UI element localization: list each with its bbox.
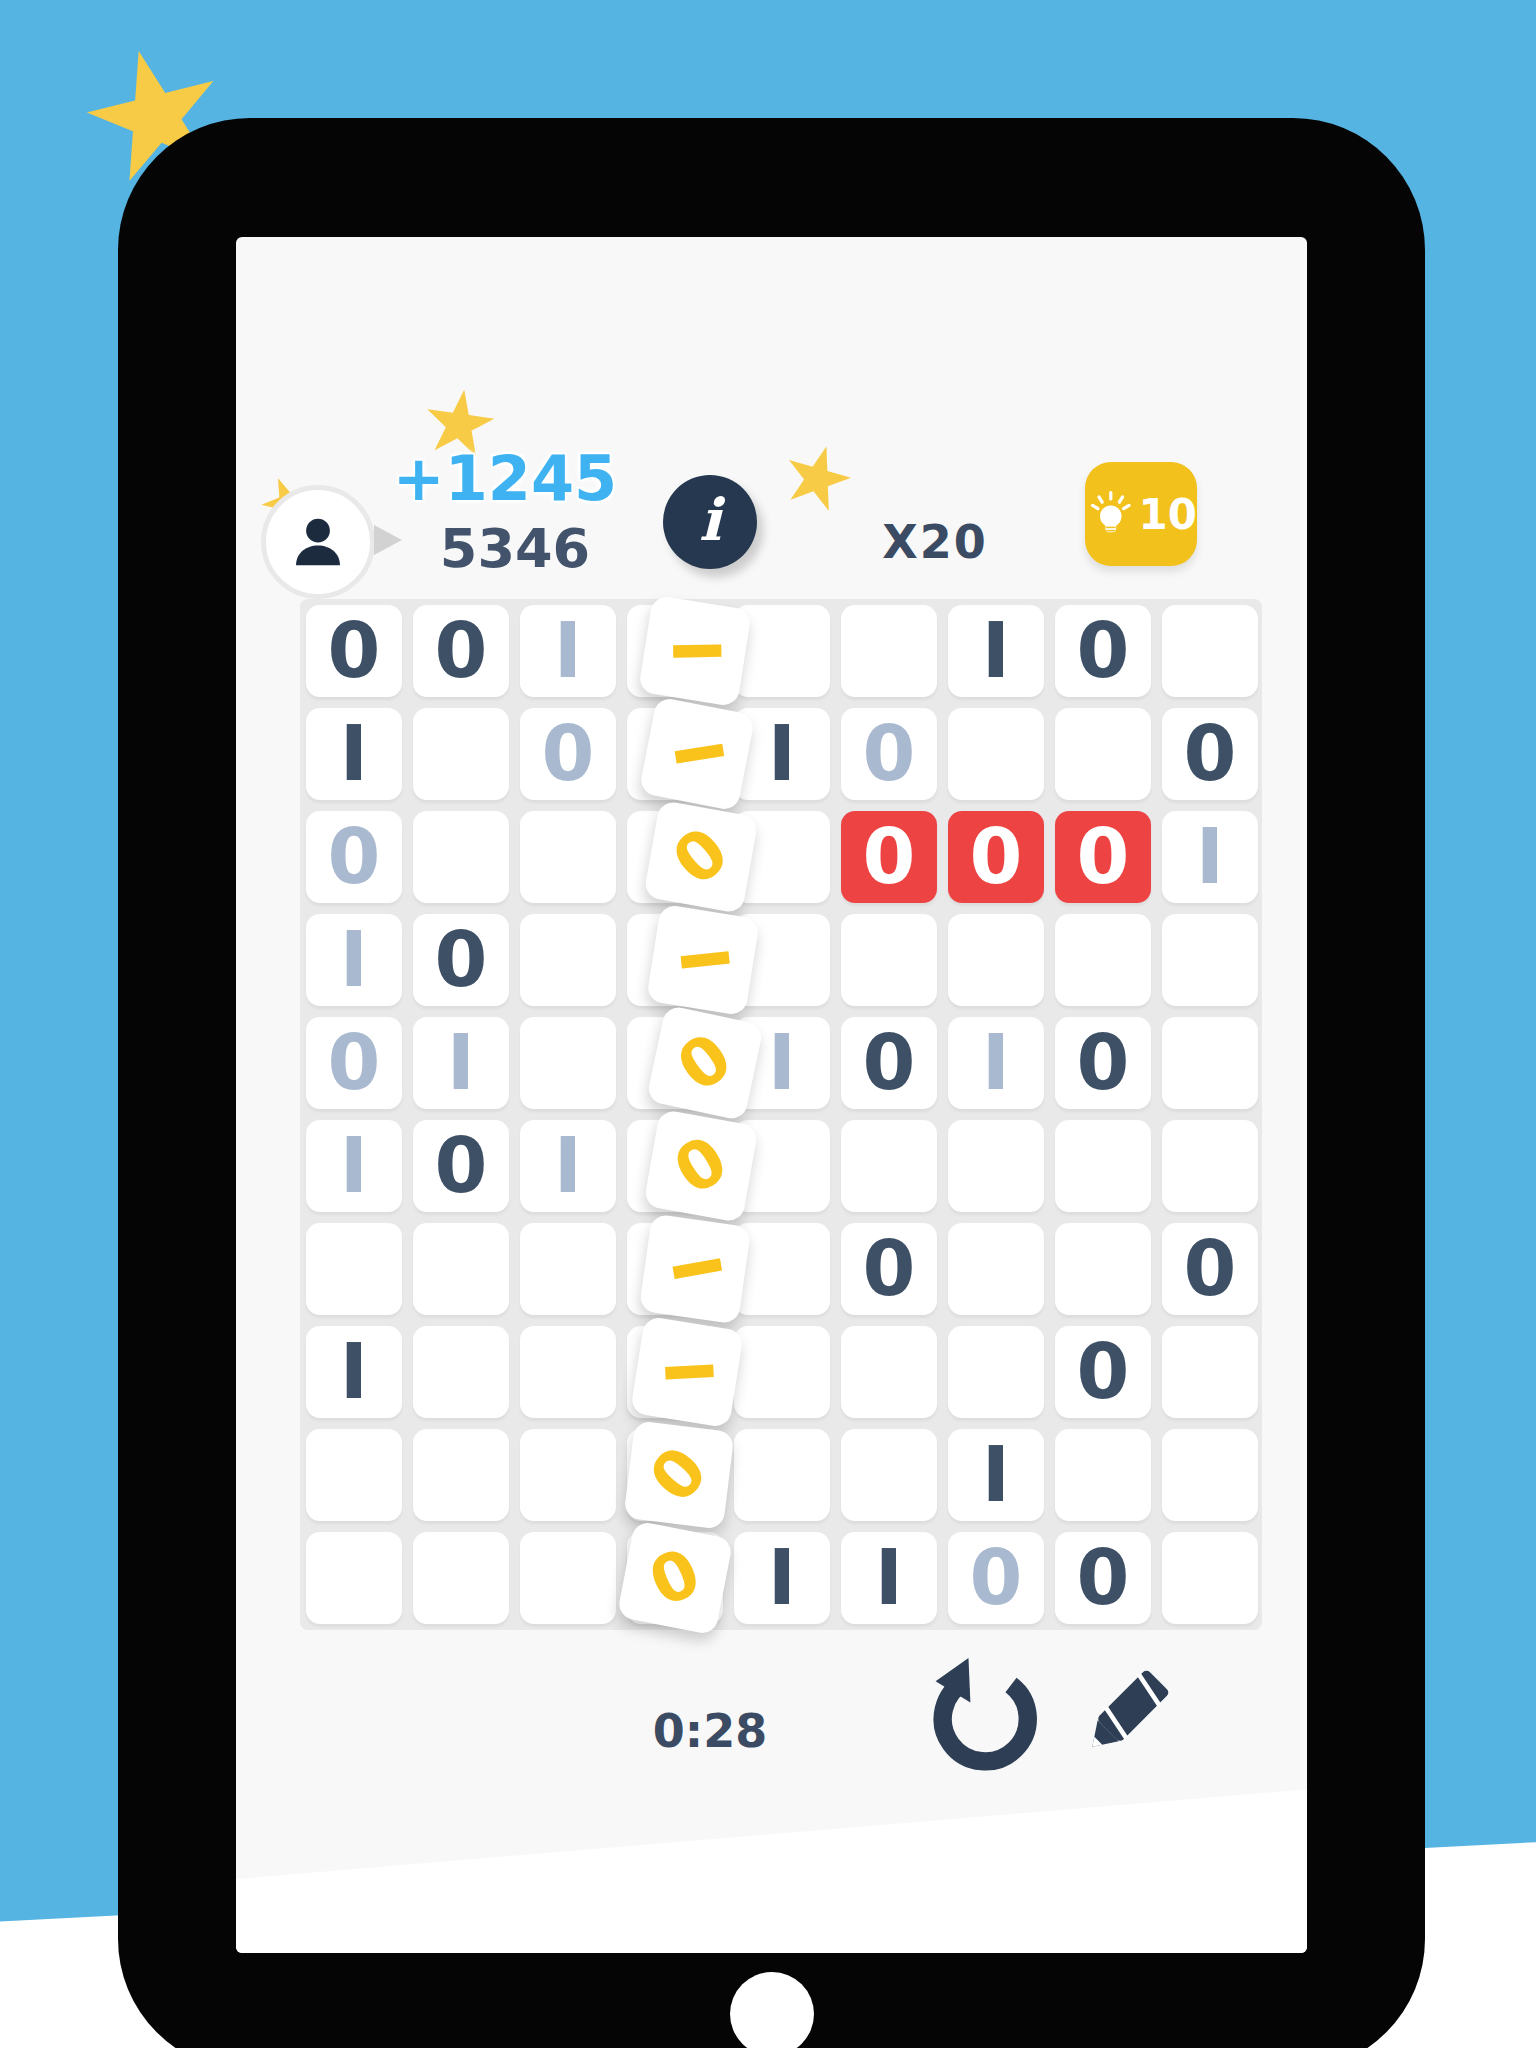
grid-cell[interactable]: [948, 1120, 1044, 1212]
cell-glyph: I: [982, 613, 1010, 689]
grid-cell[interactable]: 0: [1055, 1326, 1151, 1418]
grid-cell[interactable]: [306, 1429, 402, 1521]
cell-glyph: 0: [1077, 613, 1130, 689]
grid-cell[interactable]: 0: [306, 605, 402, 697]
tile-glyph: I: [660, 1251, 729, 1287]
grid-cell[interactable]: 0: [841, 1223, 937, 1315]
cell-glyph: I: [768, 1540, 796, 1616]
hint-count: 10: [1139, 490, 1197, 539]
multiplier-label: X20: [882, 515, 987, 569]
tile-glyph: I: [662, 638, 728, 664]
grid-cell[interactable]: I: [1162, 811, 1258, 903]
cell-glyph: 0: [328, 1025, 381, 1101]
grid-cell[interactable]: [520, 914, 616, 1006]
grid-cell[interactable]: [520, 1326, 616, 1418]
cell-glyph: 0: [435, 922, 488, 998]
falling-tile: 0: [617, 1520, 734, 1635]
grid-cell[interactable]: 0: [948, 1532, 1044, 1624]
cell-glyph: 0: [1077, 1540, 1130, 1616]
tile-glyph: 0: [639, 1436, 719, 1514]
grid-cell[interactable]: [734, 1429, 830, 1521]
cell-glyph: 0: [970, 819, 1023, 895]
grid-cell[interactable]: 0: [948, 811, 1044, 903]
grid-cell[interactable]: [1055, 1120, 1151, 1212]
falling-tile: 0: [623, 1420, 734, 1529]
grid-cell[interactable]: [1055, 1429, 1151, 1521]
grid-cell[interactable]: [841, 1429, 937, 1521]
avatar-tail: [374, 525, 402, 555]
grid-cell[interactable]: 0: [1055, 605, 1151, 697]
grid-cell[interactable]: 0: [306, 811, 402, 903]
grid-cell[interactable]: I: [306, 1120, 402, 1212]
tablet-screen: ★ ★ ★ +1245 5346 i X20 10 00I: [236, 237, 1307, 1953]
falling-tile: I: [646, 904, 760, 1016]
grid-cell[interactable]: [413, 1223, 509, 1315]
grid-cell[interactable]: I: [948, 1017, 1044, 1109]
board-panel: 00II0I0I000000II00II0I0I0I00I0III00: [300, 599, 1262, 1630]
cell-glyph: I: [982, 1437, 1010, 1513]
undo-arrow-icon: [924, 1649, 1040, 1779]
grid-cell[interactable]: [520, 1223, 616, 1315]
grid-cell[interactable]: I: [306, 1326, 402, 1418]
cell-glyph: 0: [328, 613, 381, 689]
pencil-icon: [1072, 1647, 1184, 1775]
cell-glyph: I: [340, 922, 368, 998]
grid-cell[interactable]: [520, 811, 616, 903]
grid-cell[interactable]: [413, 708, 509, 800]
cell-glyph: 0: [970, 1540, 1023, 1616]
grid-cell[interactable]: [841, 605, 937, 697]
tile-glyph: 0: [667, 1023, 743, 1103]
timer: 0:28: [653, 1704, 767, 1758]
cell-glyph: I: [340, 716, 368, 792]
cell-glyph: 0: [863, 1025, 916, 1101]
cell-glyph: I: [875, 1540, 903, 1616]
info-button[interactable]: i: [663, 475, 757, 569]
grid-cell[interactable]: I: [413, 1017, 509, 1109]
grid-cell[interactable]: 0: [1162, 1223, 1258, 1315]
grid-cell[interactable]: [1162, 914, 1258, 1006]
falling-tile: I: [638, 595, 752, 707]
falling-tile: 0: [646, 1005, 764, 1122]
cell-glyph: I: [1196, 819, 1224, 895]
grid-cell[interactable]: [306, 1223, 402, 1315]
grid-cell[interactable]: 0: [1055, 1532, 1151, 1624]
grid-cell[interactable]: 0: [841, 1017, 937, 1109]
cell-glyph: 0: [1184, 1231, 1237, 1307]
cell-glyph: 0: [863, 819, 916, 895]
grid-cell[interactable]: I: [306, 914, 402, 1006]
cell-glyph: I: [447, 1025, 475, 1101]
cell-glyph: 0: [328, 819, 381, 895]
grid-cell[interactable]: [413, 1532, 509, 1624]
grid-cell[interactable]: 0: [306, 1017, 402, 1109]
grid-cell[interactable]: [1162, 1429, 1258, 1521]
grid-cell[interactable]: [948, 914, 1044, 1006]
grid-cell[interactable]: [306, 1532, 402, 1624]
cell-glyph: 0: [863, 716, 916, 792]
grid-cell[interactable]: 0: [1162, 708, 1258, 800]
home-button[interactable]: [730, 1972, 814, 2048]
cell-glyph: 0: [1077, 819, 1130, 895]
grid-cell[interactable]: [520, 1017, 616, 1109]
cell-glyph: 0: [1077, 1334, 1130, 1410]
grid-cell[interactable]: [1055, 914, 1151, 1006]
grid-cell[interactable]: [520, 1532, 616, 1624]
cell-glyph: I: [768, 716, 796, 792]
grid-cell[interactable]: [841, 914, 937, 1006]
cell-glyph: I: [768, 1025, 796, 1101]
cell-glyph: I: [554, 613, 582, 689]
grid-cell[interactable]: [948, 1223, 1044, 1315]
undo-button[interactable]: [924, 1649, 1040, 1779]
score-value: 5346: [440, 517, 590, 580]
grid-cell[interactable]: I: [306, 708, 402, 800]
star-icon: ★: [770, 426, 866, 528]
info-icon: i: [699, 491, 721, 549]
tile-glyph: I: [669, 944, 737, 975]
grid-cell[interactable]: 0: [413, 605, 509, 697]
grid-cell[interactable]: 0: [413, 914, 509, 1006]
tile-glyph: I: [662, 737, 731, 772]
tile-glyph: 0: [641, 1539, 710, 1618]
cell-glyph: 0: [1184, 716, 1237, 792]
cell-glyph: 0: [1077, 1025, 1130, 1101]
cell-glyph: 0: [542, 716, 595, 792]
tile-glyph: 0: [662, 817, 740, 897]
cell-glyph: I: [340, 1334, 368, 1410]
cell-glyph: 0: [435, 613, 488, 689]
grid-cell[interactable]: 0: [520, 708, 616, 800]
grid-cell[interactable]: [1162, 605, 1258, 697]
falling-tile: 0: [643, 1109, 758, 1223]
grid-cell[interactable]: [948, 708, 1044, 800]
grid-cell[interactable]: [1162, 1326, 1258, 1418]
falling-tile: I: [630, 1316, 744, 1428]
grid-cell[interactable]: 0: [413, 1120, 509, 1212]
avatar[interactable]: [261, 485, 375, 599]
cell-glyph: I: [982, 1025, 1010, 1101]
cell-glyph: 0: [435, 1128, 488, 1204]
lightbulb-icon: [1085, 485, 1137, 543]
grid-cell[interactable]: [413, 1429, 509, 1521]
grid-cell[interactable]: I: [520, 1120, 616, 1212]
cell-glyph: I: [340, 1128, 368, 1204]
falling-tile: I: [639, 1214, 752, 1325]
cell-glyph: 0: [863, 1231, 916, 1307]
falling-tile: I: [639, 696, 756, 811]
grid-cell[interactable]: I: [734, 1532, 830, 1624]
points-gain: +1245: [393, 442, 618, 515]
grid-cell[interactable]: [1055, 708, 1151, 800]
grid-cell[interactable]: [841, 1120, 937, 1212]
grid-cell[interactable]: 0: [841, 811, 937, 903]
grid-cell[interactable]: I: [948, 1429, 1044, 1521]
pencil-button[interactable]: [1072, 1647, 1184, 1775]
grid-cell[interactable]: [1162, 1532, 1258, 1624]
grid-cell[interactable]: [948, 1326, 1044, 1418]
tile-glyph: I: [653, 1358, 720, 1386]
grid-cell[interactable]: I: [520, 605, 616, 697]
cell-glyph: I: [554, 1128, 582, 1204]
screen-white-wedge: [236, 1777, 1307, 1953]
tile-glyph: 0: [664, 1126, 738, 1206]
grid-cell[interactable]: [1162, 1017, 1258, 1109]
grid-cell[interactable]: [734, 1326, 830, 1418]
grid-cell[interactable]: [413, 1326, 509, 1418]
grid-cell[interactable]: [413, 811, 509, 903]
falling-tile: 0: [643, 800, 758, 914]
grid-cell[interactable]: I: [948, 605, 1044, 697]
grid-cell[interactable]: I: [841, 1532, 937, 1624]
grid-cell[interactable]: 0: [1055, 811, 1151, 903]
hint-button[interactable]: 10: [1085, 462, 1197, 566]
grid-cell[interactable]: [520, 1429, 616, 1521]
grid-cell[interactable]: [841, 1326, 937, 1418]
grid-cell[interactable]: 0: [1055, 1017, 1151, 1109]
page-background: { "game": "binary puzzle (takuzu / binai…: [0, 0, 1536, 2048]
grid-cell[interactable]: [1055, 1223, 1151, 1315]
grid-cell[interactable]: [1162, 1120, 1258, 1212]
grid-cell[interactable]: 0: [841, 708, 937, 800]
person-icon: [287, 511, 349, 573]
